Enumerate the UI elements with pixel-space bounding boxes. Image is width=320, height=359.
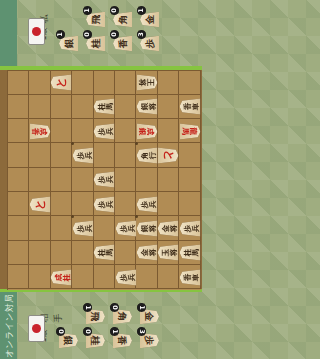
board-cell[interactable] bbox=[115, 119, 136, 143]
shogi-piece-fu[interactable]: 歩兵 bbox=[115, 265, 136, 289]
hand-piece-kanji: 角 bbox=[114, 15, 131, 25]
board-cell[interactable] bbox=[179, 192, 200, 216]
board-cell[interactable] bbox=[115, 168, 136, 192]
piece-kanji: 桂馬 bbox=[181, 249, 199, 257]
piece-kanji: 桂馬 bbox=[95, 103, 113, 111]
board-cell[interactable] bbox=[72, 95, 93, 119]
board-cell[interactable] bbox=[8, 265, 29, 289]
board-cell[interactable] bbox=[72, 241, 93, 265]
piece-kanji: と bbox=[52, 77, 71, 88]
board-cell[interactable] bbox=[158, 71, 179, 95]
board-cell[interactable] bbox=[51, 143, 72, 167]
board-cell[interactable] bbox=[51, 95, 72, 119]
shogi-piece-ke[interactable]: 桂馬 bbox=[179, 241, 200, 265]
piece-kanji: 金将 bbox=[138, 249, 156, 257]
board-cell[interactable] bbox=[94, 216, 115, 240]
board-cell[interactable] bbox=[115, 71, 136, 95]
board-cell[interactable] bbox=[29, 265, 50, 289]
board-cell[interactable] bbox=[72, 192, 93, 216]
shogi-piece-ke[interactable]: 桂馬 bbox=[94, 95, 115, 119]
piece-kanji: 成桂 bbox=[53, 273, 71, 281]
shogi-piece-fu[interactable]: 歩兵 bbox=[72, 143, 93, 167]
shogi-piece-to[interactable]: と bbox=[158, 143, 179, 167]
piece-kanji: 龍馬 bbox=[181, 128, 199, 136]
shogi-app-screen: { "app": { "sidebar_label": "オンライン対局" },… bbox=[0, 0, 202, 359]
hand-count-badge: 1 bbox=[110, 327, 119, 336]
board-wood-frame: と王将桂馬銀将香車成香歩兵成銀龍馬歩兵角行と歩兵と歩兵歩兵歩兵歩兵銀将金将歩兵桂… bbox=[0, 70, 202, 289]
hand-tile-hi[interactable]: 飛1 bbox=[85, 8, 106, 31]
board-cell[interactable] bbox=[29, 241, 50, 265]
japan-flag-icon bbox=[28, 18, 45, 45]
piece-kanji: 歩兵 bbox=[74, 225, 92, 233]
online-match-label: オンライン対局 bbox=[3, 296, 15, 358]
shogi-piece-ki[interactable]: 金将 bbox=[158, 216, 179, 240]
board-cell[interactable] bbox=[94, 265, 115, 289]
shogi-piece-ou[interactable]: 王将 bbox=[136, 71, 157, 95]
hand-count-badge: 1 bbox=[83, 6, 92, 15]
shogi-piece-ny[interactable]: 成香 bbox=[29, 119, 50, 143]
piece-kanji: 王将 bbox=[138, 79, 156, 87]
shogi-piece-fu[interactable]: 歩兵 bbox=[94, 119, 115, 143]
piece-kanji: 銀将 bbox=[138, 225, 156, 233]
hand-count-badge: 3 bbox=[137, 327, 146, 336]
piece-kanji: 角行 bbox=[138, 152, 156, 160]
board-cell[interactable] bbox=[51, 119, 72, 143]
shogi-piece-fu[interactable]: 歩兵 bbox=[72, 216, 93, 240]
shogi-piece-gi[interactable]: 銀将 bbox=[136, 95, 157, 119]
piece-kanji: 桂馬 bbox=[95, 249, 113, 257]
hand-count-badge: 0 bbox=[110, 6, 119, 15]
piece-kanji: 銀将 bbox=[138, 103, 156, 111]
hand-tile-ke[interactable]: 桂0 bbox=[85, 329, 106, 352]
board-cell[interactable] bbox=[158, 95, 179, 119]
board-cell[interactable] bbox=[72, 71, 93, 95]
hand-piece-kanji: 角 bbox=[114, 312, 131, 322]
board-cell[interactable] bbox=[136, 265, 157, 289]
hand-piece-kanji: 香 bbox=[114, 336, 131, 346]
hand-piece-kanji: 金 bbox=[141, 15, 158, 25]
piece-kanji: と bbox=[31, 199, 50, 210]
board-cell[interactable] bbox=[8, 71, 29, 95]
hand-tile-ki[interactable]: 金1 bbox=[139, 8, 160, 31]
board-cell[interactable] bbox=[8, 119, 29, 143]
board-grid[interactable]: と王将桂馬銀将香車成香歩兵成銀龍馬歩兵角行と歩兵と歩兵歩兵歩兵歩兵銀将金将歩兵桂… bbox=[7, 70, 201, 290]
shogi-piece-gi[interactable]: 銀将 bbox=[136, 216, 157, 240]
hand-count-badge: 1 bbox=[56, 30, 65, 39]
board-cell[interactable] bbox=[8, 241, 29, 265]
board-cell[interactable] bbox=[115, 95, 136, 119]
hand-piece-kanji: 飛 bbox=[87, 312, 104, 322]
board-cell[interactable] bbox=[179, 71, 200, 95]
shogi-piece-ke[interactable]: 桂馬 bbox=[94, 241, 115, 265]
hand-tile-gi[interactable]: 銀1 bbox=[58, 32, 79, 55]
piece-kanji: 金将 bbox=[160, 225, 178, 233]
board-cell[interactable] bbox=[179, 168, 200, 192]
hand-count-badge: 1 bbox=[137, 6, 146, 15]
piece-kanji: 歩兵 bbox=[95, 128, 113, 136]
shogi-piece-to[interactable]: と bbox=[51, 71, 72, 95]
hand-tile-fu[interactable]: 歩3 bbox=[139, 32, 160, 55]
shogi-piece-fu[interactable]: 歩兵 bbox=[94, 168, 115, 192]
board-cell[interactable] bbox=[115, 143, 136, 167]
board-cell[interactable] bbox=[29, 143, 50, 167]
board-cell[interactable] bbox=[115, 192, 136, 216]
piece-kanji: 成香 bbox=[31, 128, 49, 136]
hand-tile-ki[interactable]: 金1 bbox=[139, 305, 160, 328]
hand-tile-gi[interactable]: 銀0 bbox=[58, 329, 79, 352]
shogi-piece-ky[interactable]: 香車 bbox=[179, 95, 200, 119]
shogi-piece-fu[interactable]: 歩兵 bbox=[94, 192, 115, 216]
hand-piece-kanji: 歩 bbox=[141, 336, 158, 346]
piece-kanji: 成銀 bbox=[138, 128, 156, 136]
board-cell[interactable] bbox=[72, 168, 93, 192]
online-match-label-wrap: オンライン対局 bbox=[3, 296, 15, 358]
shogi-piece-ka[interactable]: 角行 bbox=[136, 143, 157, 167]
piece-kanji: 歩兵 bbox=[181, 225, 199, 233]
shogi-piece-ki[interactable]: 金将 bbox=[136, 241, 157, 265]
hand-tile-ka[interactable]: 角0 bbox=[112, 305, 133, 328]
board-cell[interactable] bbox=[51, 241, 72, 265]
board-cell[interactable] bbox=[158, 265, 179, 289]
board-cell[interactable] bbox=[51, 168, 72, 192]
board-cell[interactable] bbox=[8, 192, 29, 216]
shogi-piece-gy[interactable]: 玉将 bbox=[158, 241, 179, 265]
board-cell[interactable] bbox=[8, 168, 29, 192]
board-cell[interactable] bbox=[179, 143, 200, 167]
board-cell[interactable] bbox=[94, 143, 115, 167]
hand-tile-ky[interactable]: 香1 bbox=[112, 329, 133, 352]
board-cell[interactable] bbox=[29, 71, 50, 95]
board-cell[interactable] bbox=[72, 265, 93, 289]
shogi-piece-ky[interactable]: 香車 bbox=[179, 265, 200, 289]
hand-count-badge: 0 bbox=[110, 30, 119, 39]
piece-kanji: 香車 bbox=[181, 103, 199, 111]
piece-kanji: 歩兵 bbox=[74, 152, 92, 160]
hand-tile-ke[interactable]: 桂0 bbox=[85, 32, 106, 55]
shogi-piece-fu[interactable]: 歩兵 bbox=[136, 192, 157, 216]
board-cell[interactable] bbox=[158, 119, 179, 143]
hand-count-badge: 3 bbox=[137, 30, 146, 39]
shogi-piece-fu[interactable]: 歩兵 bbox=[179, 216, 200, 240]
board-cell[interactable] bbox=[51, 216, 72, 240]
shogi-piece-ng[interactable]: 成銀 bbox=[136, 119, 157, 143]
board-cell[interactable] bbox=[94, 71, 115, 95]
board-cell[interactable] bbox=[29, 168, 50, 192]
hand-piece-kanji: 銀 bbox=[60, 336, 77, 346]
hand-piece-kanji: 桂 bbox=[87, 39, 104, 49]
shogi-board[interactable]: と王将桂馬銀将香車成香歩兵成銀龍馬歩兵角行と歩兵と歩兵歩兵歩兵歩兵銀将金将歩兵桂… bbox=[0, 66, 202, 292]
piece-kanji: 玉将 bbox=[160, 249, 178, 257]
hand-count-badge: 0 bbox=[83, 327, 92, 336]
hand-count-badge: 0 bbox=[56, 327, 65, 336]
hand-tile-ka[interactable]: 角0 bbox=[112, 8, 133, 31]
piece-kanji: 歩兵 bbox=[117, 225, 135, 233]
hand-tile-hi[interactable]: 飛1 bbox=[85, 305, 106, 328]
hand-tile-ky[interactable]: 香0 bbox=[112, 32, 133, 55]
hand-count-badge: 1 bbox=[137, 303, 146, 312]
hand-piece-kanji: 桂 bbox=[87, 336, 104, 346]
board-cell[interactable] bbox=[158, 168, 179, 192]
piece-kanji: 香車 bbox=[181, 273, 199, 281]
hand-tile-fu[interactable]: 歩3 bbox=[139, 329, 160, 352]
hand-piece-kanji: 歩 bbox=[141, 39, 158, 49]
board-cell[interactable] bbox=[158, 192, 179, 216]
board-cell[interactable] bbox=[136, 168, 157, 192]
piece-kanji: と bbox=[159, 150, 178, 161]
shogi-piece-nk[interactable]: 成桂 bbox=[51, 265, 72, 289]
hand-piece-kanji: 銀 bbox=[60, 39, 77, 49]
board-cell[interactable] bbox=[115, 241, 136, 265]
shogi-piece-fu[interactable]: 歩兵 bbox=[115, 216, 136, 240]
piece-kanji: 歩兵 bbox=[95, 176, 113, 184]
board-cell[interactable] bbox=[29, 216, 50, 240]
board-cell[interactable] bbox=[8, 95, 29, 119]
hand-count-badge: 1 bbox=[83, 303, 92, 312]
hand-piece-kanji: 香 bbox=[114, 39, 131, 49]
hand-count-badge: 0 bbox=[83, 30, 92, 39]
piece-kanji: 歩兵 bbox=[138, 200, 156, 208]
board-cell[interactable] bbox=[72, 119, 93, 143]
hand-piece-kanji: 飛 bbox=[87, 15, 104, 25]
board-cell[interactable] bbox=[29, 95, 50, 119]
shogi-piece-to[interactable]: と bbox=[29, 192, 50, 216]
piece-kanji: 歩兵 bbox=[95, 200, 113, 208]
board-cell[interactable] bbox=[8, 143, 29, 167]
hand-count-badge: 0 bbox=[110, 303, 119, 312]
piece-kanji: 歩兵 bbox=[117, 273, 135, 281]
shogi-piece-um[interactable]: 龍馬 bbox=[179, 119, 200, 143]
board-cell[interactable] bbox=[8, 216, 29, 240]
japan-flag-icon bbox=[28, 315, 45, 342]
hand-piece-kanji: 金 bbox=[141, 312, 158, 322]
board-cell[interactable] bbox=[51, 192, 72, 216]
